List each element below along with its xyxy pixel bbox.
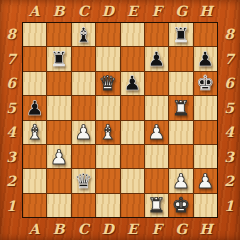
square-a7[interactable]	[23, 47, 46, 70]
square-g2[interactable]: ♟	[169, 169, 192, 192]
square-e2[interactable]	[121, 169, 144, 192]
file-label-F: F	[145, 218, 170, 240]
piece-black-rook-b7[interactable]: ♜	[50, 49, 68, 69]
square-h5[interactable]	[194, 96, 217, 119]
square-a2[interactable]	[23, 169, 46, 192]
chess-app-frame: ABCDEFGH ABCDEFGH 87654321 87654321 ♝♜♜♟…	[0, 0, 240, 240]
square-e1[interactable]	[121, 194, 144, 217]
square-h4[interactable]	[194, 121, 217, 144]
rank-label-3: 3	[218, 145, 240, 170]
square-h2[interactable]: ♟	[194, 169, 217, 192]
square-e6[interactable]: ♟	[121, 72, 144, 95]
square-g4[interactable]	[169, 121, 192, 144]
square-b5[interactable]	[47, 96, 70, 119]
rank-labels-left: 87654321	[0, 22, 22, 218]
file-label-E: E	[120, 0, 145, 22]
square-f3[interactable]	[145, 145, 168, 168]
rank-label-1: 1	[0, 194, 22, 219]
square-e4[interactable]	[121, 121, 144, 144]
square-b3[interactable]: ♟	[47, 145, 70, 168]
square-f4[interactable]: ♟	[145, 121, 168, 144]
square-g6[interactable]	[169, 72, 192, 95]
square-g1[interactable]: ♚	[169, 194, 192, 217]
piece-black-pawn-h7[interactable]: ♟	[196, 49, 214, 69]
square-c5[interactable]	[72, 96, 95, 119]
square-g8[interactable]: ♜	[169, 23, 192, 46]
square-e8[interactable]	[121, 23, 144, 46]
square-d1[interactable]	[96, 194, 119, 217]
rank-label-7: 7	[218, 47, 240, 72]
square-c7[interactable]	[72, 47, 95, 70]
square-a5[interactable]: ♟	[23, 96, 46, 119]
rank-labels-right: 87654321	[218, 22, 240, 218]
piece-black-queen-c2[interactable]: ♛	[74, 171, 92, 191]
square-f7[interactable]: ♟	[145, 47, 168, 70]
square-b4[interactable]	[47, 121, 70, 144]
square-f2[interactable]	[145, 169, 168, 192]
file-label-C: C	[71, 0, 96, 22]
piece-white-pawn-f4[interactable]: ♟	[148, 122, 166, 142]
square-f8[interactable]	[145, 23, 168, 46]
square-a3[interactable]	[23, 145, 46, 168]
square-c4[interactable]: ♟	[72, 121, 95, 144]
square-f5[interactable]	[145, 96, 168, 119]
square-g5[interactable]: ♜	[169, 96, 192, 119]
file-label-B: B	[47, 218, 72, 240]
chess-board: ♝♜♜♟♟♛♟♚♟♜♝♟♝♟♟♛♟♟♜♚	[22, 22, 218, 218]
square-b2[interactable]	[47, 169, 70, 192]
rank-label-8: 8	[218, 22, 240, 47]
square-h1[interactable]	[194, 194, 217, 217]
file-label-B: B	[47, 0, 72, 22]
piece-white-bishop-d4[interactable]: ♝	[99, 122, 117, 142]
square-d3[interactable]	[96, 145, 119, 168]
square-h3[interactable]	[194, 145, 217, 168]
file-label-H: H	[194, 218, 219, 240]
rank-label-1: 1	[218, 194, 240, 219]
square-a8[interactable]	[23, 23, 46, 46]
file-label-D: D	[96, 218, 121, 240]
square-c8[interactable]: ♝	[72, 23, 95, 46]
piece-white-pawn-c4[interactable]: ♟	[74, 122, 92, 142]
square-c6[interactable]	[72, 72, 95, 95]
square-f1[interactable]: ♜	[145, 194, 168, 217]
square-d2[interactable]	[96, 169, 119, 192]
square-h8[interactable]	[194, 23, 217, 46]
square-b6[interactable]	[47, 72, 70, 95]
file-label-A: A	[22, 0, 47, 22]
piece-black-pawn-a5[interactable]: ♟	[26, 98, 44, 118]
square-e5[interactable]	[121, 96, 144, 119]
rank-label-4: 4	[218, 120, 240, 145]
square-e7[interactable]	[121, 47, 144, 70]
square-a1[interactable]	[23, 194, 46, 217]
piece-white-rook-f1[interactable]: ♜	[148, 195, 166, 215]
rank-label-8: 8	[0, 22, 22, 47]
file-labels-top: ABCDEFGH	[22, 0, 218, 22]
piece-black-king-h6[interactable]: ♚	[196, 73, 214, 93]
square-h6[interactable]: ♚	[194, 72, 217, 95]
square-c1[interactable]	[72, 194, 95, 217]
file-label-C: C	[71, 218, 96, 240]
square-a6[interactable]	[23, 72, 46, 95]
piece-black-bishop-c8[interactable]: ♝	[74, 25, 92, 45]
rank-label-5: 5	[0, 96, 22, 121]
rank-label-4: 4	[0, 120, 22, 145]
piece-white-bishop-a4[interactable]: ♝	[26, 122, 44, 142]
square-d7[interactable]	[96, 47, 119, 70]
file-label-F: F	[145, 0, 170, 22]
piece-black-rook-g8[interactable]: ♜	[172, 25, 190, 45]
piece-black-pawn-f7[interactable]: ♟	[148, 49, 166, 69]
square-c2[interactable]: ♛	[72, 169, 95, 192]
rank-label-7: 7	[0, 47, 22, 72]
square-b1[interactable]	[47, 194, 70, 217]
square-b7[interactable]: ♜	[47, 47, 70, 70]
square-f6[interactable]	[145, 72, 168, 95]
rank-label-5: 5	[218, 96, 240, 121]
file-label-E: E	[120, 218, 145, 240]
file-label-G: G	[169, 0, 194, 22]
file-label-H: H	[194, 0, 219, 22]
square-d5[interactable]	[96, 96, 119, 119]
square-c3[interactable]	[72, 145, 95, 168]
file-label-A: A	[22, 218, 47, 240]
square-h7[interactable]: ♟	[194, 47, 217, 70]
square-d8[interactable]	[96, 23, 119, 46]
square-b8[interactable]	[47, 23, 70, 46]
piece-white-pawn-g2[interactable]: ♟	[172, 171, 190, 191]
piece-white-queen-d6[interactable]: ♛	[99, 73, 117, 93]
piece-white-pawn-h2[interactable]: ♟	[196, 171, 214, 191]
rank-label-3: 3	[0, 145, 22, 170]
rank-label-6: 6	[0, 71, 22, 96]
file-labels-bottom: ABCDEFGH	[22, 218, 218, 240]
square-d4[interactable]: ♝	[96, 121, 119, 144]
rank-label-6: 6	[218, 71, 240, 96]
rank-label-2: 2	[0, 169, 22, 194]
square-d6[interactable]: ♛	[96, 72, 119, 95]
square-g7[interactable]	[169, 47, 192, 70]
piece-white-king-g1[interactable]: ♚	[172, 195, 190, 215]
piece-white-rook-g5[interactable]: ♜	[172, 98, 190, 118]
rank-label-2: 2	[218, 169, 240, 194]
file-label-G: G	[169, 218, 194, 240]
square-a4[interactable]: ♝	[23, 121, 46, 144]
square-g3[interactable]	[169, 145, 192, 168]
piece-white-pawn-b3[interactable]: ♟	[50, 147, 68, 167]
square-e3[interactable]	[121, 145, 144, 168]
piece-black-pawn-e6[interactable]: ♟	[123, 73, 141, 93]
file-label-D: D	[96, 0, 121, 22]
